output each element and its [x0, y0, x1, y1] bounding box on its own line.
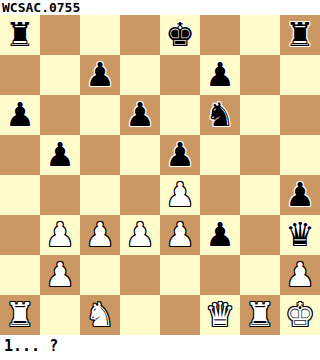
square-a5[interactable]	[0, 135, 40, 175]
square-h5[interactable]	[280, 135, 320, 175]
square-d8[interactable]	[120, 15, 160, 55]
square-f8[interactable]	[200, 15, 240, 55]
piece-black-pawn[interactable]: ♟	[165, 135, 195, 175]
piece-black-rook[interactable]: ♜	[285, 15, 315, 55]
square-e6[interactable]	[160, 95, 200, 135]
square-h4[interactable]: ♟	[280, 175, 320, 215]
square-e5[interactable]: ♟	[160, 135, 200, 175]
square-g3[interactable]	[240, 215, 280, 255]
square-g6[interactable]	[240, 95, 280, 135]
piece-white-pawn[interactable]: ♟	[165, 175, 195, 215]
square-d2[interactable]	[120, 255, 160, 295]
square-c2[interactable]	[80, 255, 120, 295]
square-c4[interactable]	[80, 175, 120, 215]
piece-white-pawn[interactable]: ♟	[85, 215, 115, 255]
piece-black-king[interactable]: ♚	[165, 15, 195, 55]
piece-black-pawn[interactable]: ♟	[205, 55, 235, 95]
piece-white-pawn[interactable]: ♟	[125, 215, 155, 255]
square-c6[interactable]	[80, 95, 120, 135]
square-d4[interactable]	[120, 175, 160, 215]
square-c7[interactable]: ♟	[80, 55, 120, 95]
piece-white-pawn[interactable]: ♟	[165, 215, 195, 255]
chess-board: ♜♚♜♟♟♟♟♞♟♟♟♟♟♟♟♟♟♛♟♟♜♞♛♜♚	[0, 15, 320, 335]
square-h1[interactable]: ♚	[280, 295, 320, 335]
square-g4[interactable]	[240, 175, 280, 215]
piece-black-pawn[interactable]: ♟	[45, 135, 75, 175]
square-b1[interactable]	[40, 295, 80, 335]
square-d6[interactable]: ♟	[120, 95, 160, 135]
square-c3[interactable]: ♟	[80, 215, 120, 255]
square-a8[interactable]: ♜	[0, 15, 40, 55]
piece-black-pawn[interactable]: ♟	[125, 95, 155, 135]
piece-white-rook[interactable]: ♜	[5, 295, 35, 335]
square-a1[interactable]: ♜	[0, 295, 40, 335]
square-e3[interactable]: ♟	[160, 215, 200, 255]
piece-black-pawn[interactable]: ♟	[5, 95, 35, 135]
square-a2[interactable]	[0, 255, 40, 295]
square-b5[interactable]: ♟	[40, 135, 80, 175]
piece-black-rook[interactable]: ♜	[5, 15, 35, 55]
square-f5[interactable]	[200, 135, 240, 175]
piece-white-queen[interactable]: ♛	[205, 295, 235, 335]
square-e2[interactable]	[160, 255, 200, 295]
square-f6[interactable]: ♞	[200, 95, 240, 135]
square-h8[interactable]: ♜	[280, 15, 320, 55]
square-g5[interactable]	[240, 135, 280, 175]
piece-black-pawn[interactable]: ♟	[285, 175, 315, 215]
square-e7[interactable]	[160, 55, 200, 95]
puzzle-id-label: WCSAC.0755	[0, 0, 320, 15]
square-f7[interactable]: ♟	[200, 55, 240, 95]
square-h6[interactable]	[280, 95, 320, 135]
square-c5[interactable]	[80, 135, 120, 175]
square-e8[interactable]: ♚	[160, 15, 200, 55]
piece-black-pawn[interactable]: ♟	[205, 215, 235, 255]
square-d1[interactable]	[120, 295, 160, 335]
square-f1[interactable]: ♛	[200, 295, 240, 335]
square-d5[interactable]	[120, 135, 160, 175]
piece-white-knight[interactable]: ♞	[85, 295, 115, 335]
piece-white-rook[interactable]: ♜	[245, 295, 275, 335]
square-f2[interactable]	[200, 255, 240, 295]
piece-white-king[interactable]: ♚	[285, 295, 315, 335]
piece-white-pawn[interactable]: ♟	[285, 255, 315, 295]
piece-black-knight[interactable]: ♞	[205, 95, 235, 135]
square-g8[interactable]	[240, 15, 280, 55]
square-g7[interactable]	[240, 55, 280, 95]
square-b4[interactable]	[40, 175, 80, 215]
square-c1[interactable]: ♞	[80, 295, 120, 335]
square-b3[interactable]: ♟	[40, 215, 80, 255]
square-a3[interactable]	[0, 215, 40, 255]
square-e4[interactable]: ♟	[160, 175, 200, 215]
square-d7[interactable]	[120, 55, 160, 95]
square-a6[interactable]: ♟	[0, 95, 40, 135]
square-b2[interactable]: ♟	[40, 255, 80, 295]
move-prompt-label: 1... ?	[0, 335, 320, 360]
piece-white-pawn[interactable]: ♟	[45, 255, 75, 295]
square-f3[interactable]: ♟	[200, 215, 240, 255]
square-e1[interactable]	[160, 295, 200, 335]
square-c8[interactable]	[80, 15, 120, 55]
square-h7[interactable]	[280, 55, 320, 95]
square-f4[interactable]	[200, 175, 240, 215]
piece-black-queen[interactable]: ♛	[285, 215, 315, 255]
piece-black-pawn[interactable]: ♟	[85, 55, 115, 95]
square-b6[interactable]	[40, 95, 80, 135]
square-h3[interactable]: ♛	[280, 215, 320, 255]
square-h2[interactable]: ♟	[280, 255, 320, 295]
square-a4[interactable]	[0, 175, 40, 215]
square-a7[interactable]	[0, 55, 40, 95]
square-b7[interactable]	[40, 55, 80, 95]
chess-app-window: WCSAC.0755 ♜♚♜♟♟♟♟♞♟♟♟♟♟♟♟♟♟♛♟♟♜♞♛♜♚ 1..…	[0, 0, 320, 360]
square-d3[interactable]: ♟	[120, 215, 160, 255]
square-b8[interactable]	[40, 15, 80, 55]
square-g1[interactable]: ♜	[240, 295, 280, 335]
square-g2[interactable]	[240, 255, 280, 295]
piece-white-pawn[interactable]: ♟	[45, 215, 75, 255]
